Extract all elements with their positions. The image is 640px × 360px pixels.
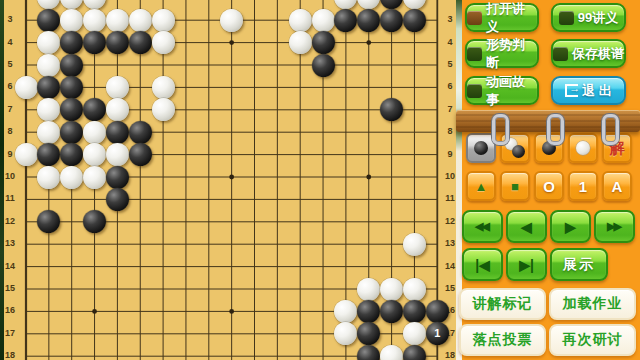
lecture-marks-label: 讲解标记 [473,295,533,313]
story-label: 动画故事 [486,73,537,109]
marker-triangle[interactable]: ▲ [466,171,496,201]
row-label-right: 2 [442,0,456,2]
open-lecture-button[interactable]: 打开讲义 [465,3,539,32]
discuss-again-label: 再次研讨 [563,331,623,349]
black-stone [334,9,357,32]
row-label-left: 12 [2,216,18,226]
lectures-99-icon [559,11,574,25]
row-label-left: 18 [2,350,18,360]
white-stone [60,166,83,189]
row-label-right: 15 [442,283,456,293]
white-stone [83,166,106,189]
black-stone [403,9,426,32]
row-label-left: 8 [2,126,18,136]
white-stone [129,9,152,32]
white-stone [83,143,106,166]
marker-circle[interactable]: O [534,171,564,201]
row-label-left: 5 [2,59,18,69]
white-stone [403,233,426,256]
step-back-button[interactable]: ◀ [506,210,547,243]
black-stone [60,76,83,99]
fast-forward-button[interactable]: ▶▶ [594,210,635,243]
row-label-right: 3 [442,14,456,24]
white-stone [403,278,426,301]
go-to-start-icon: |◀ [475,257,490,273]
black-stone [380,9,403,32]
row-label-right: 6 [442,81,456,91]
row-label-right: 12 [442,216,456,226]
story-button[interactable]: 动画故事 [465,76,539,105]
exit-icon [565,84,578,97]
discuss-again-button[interactable]: 再次研讨 [549,324,636,356]
letter-marker-label: A [612,178,623,195]
binder-ring-icon [547,114,564,145]
row-label-left: 10 [2,171,18,181]
fast-forward-icon: ▶▶ [607,220,620,233]
row-label-right: 10 [442,171,456,181]
sidebar: 打开讲义 99讲义 形势判断 保存棋谱 动画故事 退 出 解 ▲ ■ [462,0,640,360]
black-stone [106,31,129,54]
row-label-right: 14 [442,261,456,271]
row-label-right: 11 [442,193,456,203]
black-stone [129,143,152,166]
fast-rewind-button[interactable]: ◀◀ [462,210,503,243]
black-stone [83,31,106,54]
row-label-left: 14 [2,261,18,271]
row-label-left: 4 [2,37,18,47]
black-stone: 1 [426,322,449,345]
load-homework-label: 加载作业 [563,295,623,313]
black-stone [312,54,335,77]
load-homework-button[interactable]: 加载作业 [549,288,636,320]
white-stone [60,9,83,32]
exit-label: 退 出 [582,82,612,100]
show-button[interactable]: 展示 [550,248,608,281]
black-stone [60,121,83,144]
row-label-right: 18 [442,350,456,360]
row-label-right: 4 [442,37,456,47]
save-kifu-icon [553,47,568,61]
black-stone [129,31,152,54]
open-lecture-icon [467,11,482,25]
row-label-right: 5 [442,59,456,69]
white-stone [37,166,60,189]
lectures-99-label: 99讲义 [578,9,618,27]
black-stone [129,121,152,144]
step-forward-button[interactable]: ▶ [550,210,591,243]
white-stone [289,31,312,54]
white-stone [83,121,106,144]
white-stone [152,31,175,54]
black-stone [106,188,129,211]
row-label-left: 16 [2,305,18,315]
white-stone [83,9,106,32]
marker-square[interactable]: ■ [500,171,530,201]
marker-letter[interactable]: A [602,171,632,201]
point-vote-button[interactable]: 落点投票 [459,324,546,356]
white-stone [380,278,403,301]
white-stone [312,9,335,32]
exit-button[interactable]: 退 出 [551,76,626,105]
white-stone [15,143,38,166]
point-vote-label: 落点投票 [473,331,533,349]
black-stone [37,9,60,32]
marker-number[interactable]: 1 [568,171,598,201]
white-stone [152,9,175,32]
position-judge-label: 形势判断 [486,36,537,72]
step-forward-icon: ▶ [565,219,576,235]
black-stone [60,54,83,77]
black-stone [106,166,129,189]
black-stone [380,300,403,323]
move-number-label: 1 [426,322,449,345]
go-to-start-button[interactable]: |◀ [462,248,503,281]
fast-rewind-icon: ◀◀ [475,220,488,233]
position-judge-icon [467,47,482,61]
black-stone [312,31,335,54]
show-label: 展示 [563,256,595,274]
go-to-end-button[interactable]: ▶| [506,248,547,281]
background-scenery-strip-left [0,0,4,360]
square-icon: ■ [511,179,519,194]
white-stone [289,9,312,32]
white-stone [220,9,243,32]
row-label-right: 7 [442,104,456,114]
black-stone [106,121,129,144]
save-kifu-button[interactable]: 保存棋谱 [551,39,626,68]
binder-ring-icon [492,114,509,145]
white-stone [15,76,38,99]
lectures-99-button[interactable]: 99讲义 [551,3,626,32]
white-stone [152,76,175,99]
black-stone [403,300,426,323]
white-stone [106,76,129,99]
white-stone [37,54,60,77]
row-label-left: 3 [2,14,18,24]
go-to-end-icon: ▶| [519,257,534,273]
black-stone-icon [474,141,488,155]
white-stone-icon [576,141,590,155]
row-label-left: 7 [2,104,18,114]
binder-ring-icon [602,114,619,145]
position-judge-button[interactable]: 形势判断 [465,39,539,68]
save-kifu-label: 保存棋谱 [572,45,624,63]
triangle-icon: ▲ [475,179,488,194]
row-label-right: 9 [442,149,456,159]
go-board[interactable]: 2233445566778899101011111212131314141515… [0,0,456,360]
row-label-left: 15 [2,283,18,293]
open-lecture-label: 打开讲义 [486,0,537,36]
row-label-left: 13 [2,238,18,248]
step-back-icon: ◀ [521,219,532,235]
lecture-marks-button[interactable]: 讲解标记 [459,288,546,320]
black-stone [357,9,380,32]
row-label-left: 11 [2,193,18,203]
row-label-right: 8 [442,126,456,136]
story-icon [467,84,482,98]
white-stone [357,278,380,301]
row-label-left: 17 [2,328,18,338]
number-marker-label: 1 [579,178,587,195]
white-stone [106,143,129,166]
circle-marker-label: O [543,178,555,195]
white-stone [152,98,175,121]
white-stone [37,121,60,144]
row-label-left: 2 [2,0,18,2]
row-label-right: 13 [442,238,456,248]
black-stone [426,300,449,323]
tool-place-white[interactable] [568,133,598,163]
black-stone [357,300,380,323]
white-stone [106,9,129,32]
